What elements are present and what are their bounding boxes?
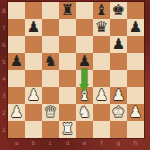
square-c5[interactable]: ♞ [42, 53, 59, 70]
file-label-a: a [8, 139, 25, 146]
square-e7[interactable] [76, 19, 93, 36]
piece-white-king-g2[interactable]: ♚ [112, 104, 125, 121]
square-b3[interactable]: ♟ [25, 87, 42, 104]
piece-white-pawn-a2[interactable]: ♟ [10, 104, 23, 121]
file-label-b: b [25, 139, 42, 146]
square-a1[interactable] [8, 121, 25, 138]
piece-black-queen-f7[interactable]: ♛ [95, 19, 108, 36]
square-h8[interactable] [127, 2, 144, 19]
piece-white-pawn-b3[interactable]: ♟ [27, 87, 40, 104]
square-b1[interactable] [25, 121, 42, 138]
square-g6[interactable]: ♟ [110, 36, 127, 53]
piece-black-pawn-b7[interactable]: ♟ [27, 19, 40, 36]
square-e8[interactable] [76, 2, 93, 19]
square-f3[interactable]: ♟ [93, 87, 110, 104]
square-b2[interactable] [25, 104, 42, 121]
rank-label-4: 4 [0, 70, 8, 87]
piece-black-king-g8[interactable]: ♚ [112, 2, 125, 19]
square-e5[interactable]: ♟ [76, 53, 93, 70]
rank-label-6: 6 [0, 36, 8, 53]
square-e4[interactable] [76, 70, 93, 87]
square-c7[interactable] [42, 19, 59, 36]
square-e3[interactable]: ♝ [76, 87, 93, 104]
square-g5[interactable] [110, 53, 127, 70]
square-g3[interactable]: ♟ [110, 87, 127, 104]
piece-black-pawn-h7[interactable]: ♟ [129, 19, 142, 36]
rank-label-8: 8 [0, 2, 8, 19]
square-e2[interactable]: ♞ [76, 104, 93, 121]
square-d8[interactable]: ♜ [59, 2, 76, 19]
square-g1[interactable] [110, 121, 127, 138]
square-b8[interactable] [25, 2, 42, 19]
square-e1[interactable] [76, 121, 93, 138]
square-e6[interactable] [76, 36, 93, 53]
square-h1[interactable] [127, 121, 144, 138]
square-b7[interactable]: ♟ [25, 19, 42, 36]
square-f6[interactable] [93, 36, 110, 53]
square-g8[interactable]: ♚ [110, 2, 127, 19]
square-a2[interactable]: ♟ [8, 104, 25, 121]
square-c8[interactable] [42, 2, 59, 19]
square-h7[interactable]: ♟ [127, 19, 144, 36]
square-h5[interactable] [127, 53, 144, 70]
square-h2[interactable]: ♟ [127, 104, 144, 121]
square-d2[interactable] [59, 104, 76, 121]
piece-white-pawn-f3[interactable]: ♟ [95, 87, 108, 104]
square-c3[interactable] [42, 87, 59, 104]
square-a5[interactable]: ♟ [8, 53, 25, 70]
square-d7[interactable] [59, 19, 76, 36]
square-d6[interactable] [59, 36, 76, 53]
square-f4[interactable] [93, 70, 110, 87]
square-h4[interactable] [127, 70, 144, 87]
rank-label-7: 7 [0, 19, 8, 36]
square-f2[interactable] [93, 104, 110, 121]
rank-label-5: 5 [0, 53, 8, 70]
square-f5[interactable] [93, 53, 110, 70]
square-d5[interactable] [59, 53, 76, 70]
square-b4[interactable] [25, 70, 42, 87]
piece-white-knight-e2[interactable]: ♞ [78, 104, 91, 121]
rank-label-1: 1 [0, 121, 8, 138]
piece-black-pawn-a5[interactable]: ♟ [10, 53, 23, 70]
piece-white-queen-c2[interactable]: ♛ [44, 104, 57, 121]
square-d4[interactable] [59, 70, 76, 87]
square-a4[interactable] [8, 70, 25, 87]
square-a6[interactable] [8, 36, 25, 53]
square-c2[interactable]: ♛ [42, 104, 59, 121]
piece-black-bishop-f8[interactable]: ♝ [95, 2, 108, 19]
file-label-e: e [76, 139, 93, 146]
chessboard-frame: ♜♝♚♟♛♟♟♟♞♟♟♝♟♟♟♛♞♚♟♜ abcdefgh87654321 [0, 0, 150, 150]
piece-black-rook-d8[interactable]: ♜ [61, 2, 74, 19]
square-a7[interactable] [8, 19, 25, 36]
piece-white-rook-d1[interactable]: ♜ [61, 121, 74, 138]
square-d1[interactable]: ♜ [59, 121, 76, 138]
square-g4[interactable] [110, 70, 127, 87]
square-h3[interactable] [127, 87, 144, 104]
square-a8[interactable] [8, 2, 25, 19]
square-c4[interactable] [42, 70, 59, 87]
square-f8[interactable]: ♝ [93, 2, 110, 19]
square-f1[interactable] [93, 121, 110, 138]
square-a3[interactable] [8, 87, 25, 104]
rank-label-3: 3 [0, 87, 8, 104]
file-label-g: g [110, 139, 127, 146]
square-c6[interactable] [42, 36, 59, 53]
square-b5[interactable] [25, 53, 42, 70]
file-label-f: f [93, 139, 110, 146]
square-d3[interactable] [59, 87, 76, 104]
piece-black-pawn-e5[interactable]: ♟ [78, 53, 91, 70]
square-c1[interactable] [42, 121, 59, 138]
file-label-h: h [127, 139, 144, 146]
piece-white-pawn-g3[interactable]: ♟ [112, 87, 125, 104]
square-b6[interactable] [25, 36, 42, 53]
piece-black-knight-c5[interactable]: ♞ [44, 53, 57, 70]
rank-label-2: 2 [0, 104, 8, 121]
square-f7[interactable]: ♛ [93, 19, 110, 36]
chessboard[interactable]: ♜♝♚♟♛♟♟♟♞♟♟♝♟♟♟♛♞♚♟♜ [8, 2, 144, 138]
piece-white-pawn-h2[interactable]: ♟ [129, 104, 142, 121]
piece-black-pawn-g6[interactable]: ♟ [112, 36, 125, 53]
file-label-c: c [42, 139, 59, 146]
square-g7[interactable] [110, 19, 127, 36]
square-g2[interactable]: ♚ [110, 104, 127, 121]
piece-white-bishop-e3[interactable]: ♝ [78, 87, 91, 104]
file-label-d: d [59, 139, 76, 146]
square-h6[interactable] [127, 36, 144, 53]
